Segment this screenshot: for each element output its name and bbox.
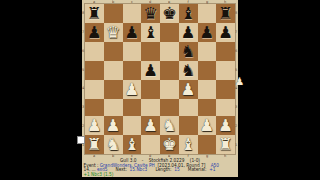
square-f5: ♞ [179, 61, 198, 80]
square-d2: ♟ [141, 116, 160, 135]
square-a7: ♟ [85, 23, 104, 42]
square-e7 [160, 23, 179, 42]
square-d1 [141, 135, 160, 154]
square-b6 [104, 42, 123, 61]
piece-white-b-f1: ♝ [179, 135, 198, 154]
square-e1: ♚ [160, 135, 179, 154]
square-c3 [123, 99, 142, 116]
square-g1 [198, 135, 217, 154]
square-h6 [216, 42, 235, 61]
square-a3 [85, 99, 104, 116]
piece-white-p-a2: ♟ [85, 116, 104, 135]
square-g3 [198, 99, 217, 116]
piece-black-p-d5: ♟ [141, 61, 160, 80]
piece-white-n-e2: ♞ [160, 116, 179, 135]
square-g6 [198, 42, 217, 61]
piece-white-n-b1: ♞ [104, 135, 123, 154]
piece-black-r-a8: ♜ [85, 4, 104, 23]
square-c5 [123, 61, 142, 80]
square-b2: ♟ [104, 116, 123, 135]
square-g5 [198, 61, 217, 80]
info-lines: Gull 3.0 - Stockfish 2.0229 (1-0)Event :… [82, 158, 238, 177]
square-h4 [216, 80, 235, 99]
square-e2: ♞ [160, 116, 179, 135]
square-a2: ♟ [85, 116, 104, 135]
square-b5 [104, 61, 123, 80]
square-d8: ♛ [141, 4, 160, 23]
square-d6 [141, 42, 160, 61]
square-b3 [104, 99, 123, 116]
piece-black-k-e8: ♚ [160, 4, 179, 23]
square-b1: ♞ [104, 135, 123, 154]
square-c6 [123, 42, 142, 61]
square-f1: ♝ [179, 135, 198, 154]
square-b8 [104, 4, 123, 23]
piece-black-p-a7: ♟ [85, 23, 104, 42]
square-c7: ♟ [123, 23, 142, 42]
square-e6 [160, 42, 179, 61]
piece-black-q-d8: ♛ [141, 4, 160, 23]
piece-white-p-h2: ♟ [216, 116, 235, 135]
info-line-4: +1 Nbc3 (1.5) [82, 172, 238, 177]
square-e8: ♚ [160, 4, 179, 23]
chess-viewer-panel: abcdefgh abcdefgh 87654321 87654321 ♜♛♚♝… [82, 0, 238, 177]
piece-white-p-c4: ♟ [123, 80, 142, 99]
square-c2 [123, 116, 142, 135]
square-c1: ♝ [123, 135, 142, 154]
square-f6: ♞ [179, 42, 198, 61]
square-f8: ♝ [179, 4, 198, 23]
piece-black-p-f7: ♟ [179, 23, 198, 42]
square-c4: ♟ [123, 80, 142, 99]
piece-white-p-f4: ♟ [179, 80, 198, 99]
square-f7: ♟ [179, 23, 198, 42]
square-a4 [85, 80, 104, 99]
square-a5 [85, 61, 104, 80]
info-text-segment: +1 Nbc3 (1.5) [84, 172, 114, 177]
square-f2 [179, 116, 198, 135]
square-d4 [141, 80, 160, 99]
square-b7: ♛ [104, 23, 123, 42]
piece-white-p-g2: ♟ [198, 116, 217, 135]
piece-white-r-h1: ♜ [216, 135, 235, 154]
square-h2: ♟ [216, 116, 235, 135]
square-g2: ♟ [198, 116, 217, 135]
square-a8: ♜ [85, 4, 104, 23]
piece-black-n-f5: ♞ [179, 61, 198, 80]
piece-white-r-a1: ♜ [85, 135, 104, 154]
piece-black-r-h8: ♜ [216, 4, 235, 23]
square-g8 [198, 4, 217, 23]
piece-white-p-d2: ♟ [141, 116, 160, 135]
piece-black-p-h7: ♟ [216, 23, 235, 42]
square-h3 [216, 99, 235, 116]
square-h8: ♜ [216, 4, 235, 23]
white-to-move-indicator [77, 136, 85, 144]
piece-black-b-d7: ♝ [141, 23, 160, 42]
square-d3 [141, 99, 160, 116]
square-h5 [216, 61, 235, 80]
piece-black-n-f6: ♞ [179, 42, 198, 61]
square-g4 [198, 80, 217, 99]
piece-white-k-e1: ♚ [160, 135, 179, 154]
video-frame: abcdefgh abcdefgh 87654321 87654321 ♜♛♚♝… [0, 0, 320, 180]
piece-white-p-b2: ♟ [104, 116, 123, 135]
square-f4: ♟ [179, 80, 198, 99]
piece-black-p-c7: ♟ [123, 23, 142, 42]
material-advantage-pawn-icon: ♟ [234, 74, 246, 90]
square-f3 [179, 99, 198, 116]
square-a1: ♜ [85, 135, 104, 154]
piece-white-q-b7: ♛ [104, 23, 123, 42]
square-e5 [160, 61, 179, 80]
square-h7: ♟ [216, 23, 235, 42]
square-h1: ♜ [216, 135, 235, 154]
square-d5: ♟ [141, 61, 160, 80]
piece-white-b-c1: ♝ [123, 135, 142, 154]
square-e3 [160, 99, 179, 116]
piece-black-p-g7: ♟ [198, 23, 217, 42]
square-a6 [85, 42, 104, 61]
chess-board: ♜♛♚♝♜♟♛♟♝♟♟♟♞♟♞♟♟♟♟♟♞♟♟♜♞♝♚♝♜ [85, 4, 235, 154]
square-g7: ♟ [198, 23, 217, 42]
square-e4 [160, 80, 179, 99]
square-c8 [123, 4, 142, 23]
square-d7: ♝ [141, 23, 160, 42]
square-b4 [104, 80, 123, 99]
piece-black-b-f8: ♝ [179, 4, 198, 23]
